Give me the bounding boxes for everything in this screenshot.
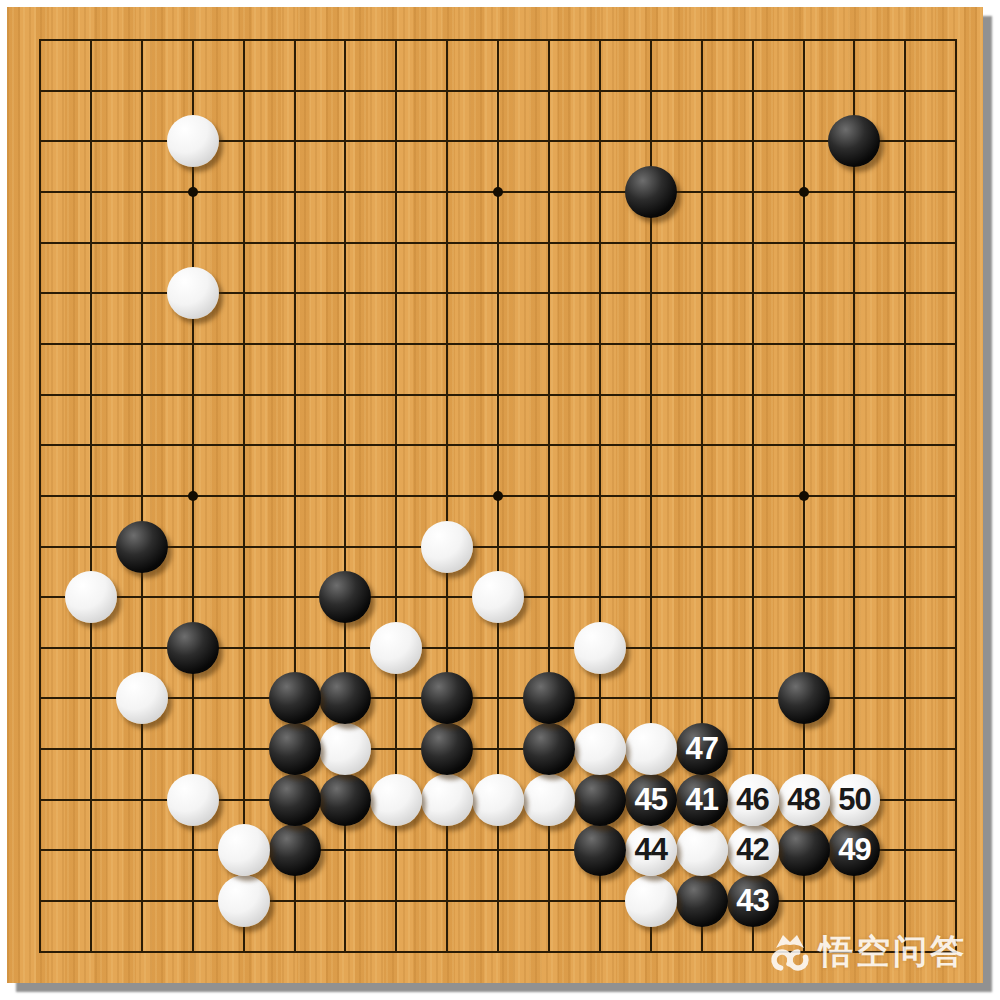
black-stone (625, 166, 677, 218)
star-point (493, 491, 503, 501)
black-stone (269, 672, 321, 724)
move-number: 41 (685, 774, 717, 826)
black-stone (319, 774, 371, 826)
star-point (493, 187, 503, 197)
black-stone (421, 723, 473, 775)
white-stone (625, 875, 677, 927)
white-stone (218, 824, 270, 876)
white-stone (472, 571, 524, 623)
black-stone (167, 622, 219, 674)
black-stone (778, 672, 830, 724)
white-stone-move-50: 50 (828, 774, 880, 826)
black-stone (421, 672, 473, 724)
white-stone (472, 774, 524, 826)
move-number: 42 (736, 824, 768, 876)
black-stone (269, 774, 321, 826)
black-stone (523, 723, 575, 775)
move-number: 45 (635, 774, 667, 826)
white-stone (625, 723, 677, 775)
white-stone (574, 723, 626, 775)
white-stone (370, 774, 422, 826)
black-stone (319, 571, 371, 623)
grid-line-horizontal (39, 951, 957, 953)
white-stone (574, 622, 626, 674)
move-number: 44 (635, 824, 667, 876)
black-stone (828, 115, 880, 167)
go-board: 43494244504846414547 悟空问答 (7, 7, 983, 983)
white-stone (167, 774, 219, 826)
black-stone (319, 672, 371, 724)
star-point (799, 187, 809, 197)
white-stone (523, 774, 575, 826)
white-stone (65, 571, 117, 623)
white-stone (319, 723, 371, 775)
page: 43494244504846414547 悟空问答 (0, 0, 1000, 1000)
black-stone (269, 723, 321, 775)
white-stone-move-44: 44 (625, 824, 677, 876)
white-stone (421, 774, 473, 826)
black-stone (574, 824, 626, 876)
black-stone (676, 875, 728, 927)
white-stone (218, 875, 270, 927)
white-stone (676, 824, 728, 876)
move-number: 50 (838, 774, 870, 826)
move-number: 47 (685, 723, 717, 775)
star-point (188, 491, 198, 501)
move-number: 49 (838, 824, 870, 876)
black-stone-move-49: 49 (828, 824, 880, 876)
grid-line-horizontal (39, 900, 957, 902)
white-stone (116, 672, 168, 724)
move-number: 46 (736, 774, 768, 826)
star-point (188, 187, 198, 197)
white-stone-move-42: 42 (727, 824, 779, 876)
black-stone (574, 774, 626, 826)
black-stone (523, 672, 575, 724)
white-stone-move-48: 48 (778, 774, 830, 826)
move-number: 43 (736, 875, 768, 927)
grid-line-horizontal (39, 546, 957, 548)
white-stone (167, 115, 219, 167)
grid-line-horizontal (39, 748, 957, 750)
black-stone-move-41: 41 (676, 774, 728, 826)
white-stone (370, 622, 422, 674)
black-stone (116, 521, 168, 573)
white-stone (167, 267, 219, 319)
grid-line-vertical (904, 39, 906, 953)
star-point (799, 491, 809, 501)
white-stone (421, 521, 473, 573)
grid-line-vertical (955, 39, 957, 953)
white-stone-move-46: 46 (727, 774, 779, 826)
black-stone (778, 824, 830, 876)
move-number: 48 (787, 774, 819, 826)
black-stone-move-43: 43 (727, 875, 779, 927)
black-stone-move-47: 47 (676, 723, 728, 775)
black-stone-move-45: 45 (625, 774, 677, 826)
black-stone (269, 824, 321, 876)
